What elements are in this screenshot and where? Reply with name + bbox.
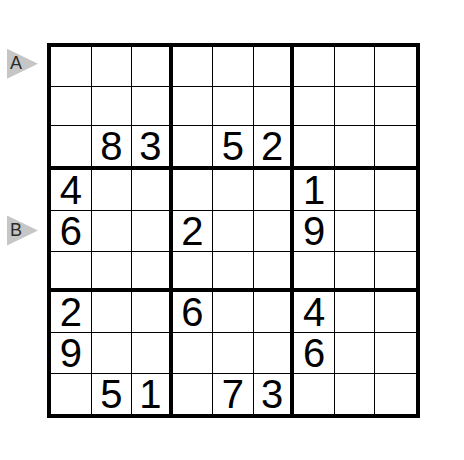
- cell-r5c9[interactable]: [375, 211, 416, 252]
- cell-r9c5: 7: [213, 374, 254, 414]
- sudoku-board: 835241629264965173: [47, 43, 420, 418]
- cell-r4c9[interactable]: [375, 170, 416, 211]
- cell-r4c6[interactable]: [254, 170, 295, 211]
- cell-r4c1: 4: [51, 170, 92, 211]
- cell-r5c4: 2: [173, 211, 214, 252]
- cell-r6c3[interactable]: [132, 252, 173, 292]
- cell-r9c4[interactable]: [173, 374, 214, 414]
- cell-r4c3[interactable]: [132, 170, 173, 211]
- cell-r6c9[interactable]: [375, 252, 416, 292]
- cell-r9c1[interactable]: [51, 374, 92, 414]
- cell-r2c8[interactable]: [335, 87, 376, 127]
- cell-r3c4[interactable]: [173, 126, 214, 170]
- cell-r7c3[interactable]: [132, 292, 173, 333]
- cell-r1c3[interactable]: [132, 47, 173, 87]
- cell-r6c5[interactable]: [213, 252, 254, 292]
- cell-r8c2[interactable]: [92, 333, 133, 374]
- cell-r2c2[interactable]: [92, 87, 133, 127]
- puzzle-canvas: 835241629264965173 AB: [0, 0, 464, 460]
- cell-r7c4: 6: [173, 292, 214, 333]
- cell-r6c8[interactable]: [335, 252, 376, 292]
- cell-r2c4[interactable]: [173, 87, 214, 127]
- cell-r1c5[interactable]: [213, 47, 254, 87]
- cell-r1c8[interactable]: [335, 47, 376, 87]
- cell-r5c1: 6: [51, 211, 92, 252]
- cell-r9c7[interactable]: [294, 374, 335, 414]
- cell-r4c7: 1: [294, 170, 335, 211]
- cell-r2c3[interactable]: [132, 87, 173, 127]
- cell-r8c1: 9: [51, 333, 92, 374]
- cell-r7c8[interactable]: [335, 292, 376, 333]
- row-marker-b: B: [7, 216, 38, 246]
- cell-r6c7[interactable]: [294, 252, 335, 292]
- cell-r6c4[interactable]: [173, 252, 214, 292]
- cell-r2c1[interactable]: [51, 87, 92, 127]
- cell-r1c7[interactable]: [294, 47, 335, 87]
- cell-r1c2[interactable]: [92, 47, 133, 87]
- cell-r4c8[interactable]: [335, 170, 376, 211]
- cell-r3c5: 5: [213, 126, 254, 170]
- cell-r6c1[interactable]: [51, 252, 92, 292]
- cell-r7c1: 2: [51, 292, 92, 333]
- cell-r5c8[interactable]: [335, 211, 376, 252]
- cell-r4c5[interactable]: [213, 170, 254, 211]
- cell-r9c8[interactable]: [335, 374, 376, 414]
- row-marker-a: A: [7, 49, 38, 79]
- cell-r8c9[interactable]: [375, 333, 416, 374]
- cell-r1c1[interactable]: [51, 47, 92, 87]
- cell-r9c6: 3: [254, 374, 295, 414]
- cell-r2c5[interactable]: [213, 87, 254, 127]
- cell-r9c3: 1: [132, 374, 173, 414]
- cell-r7c5[interactable]: [213, 292, 254, 333]
- cell-r4c4[interactable]: [173, 170, 214, 211]
- cell-r5c2[interactable]: [92, 211, 133, 252]
- cell-r8c4[interactable]: [173, 333, 214, 374]
- cell-r8c5[interactable]: [213, 333, 254, 374]
- cell-r3c6: 2: [254, 126, 295, 170]
- marker-label: A: [10, 49, 22, 79]
- cell-r9c9[interactable]: [375, 374, 416, 414]
- cell-r1c9[interactable]: [375, 47, 416, 87]
- cell-r3c8[interactable]: [335, 126, 376, 170]
- cell-r9c2: 5: [92, 374, 133, 414]
- cell-r7c9[interactable]: [375, 292, 416, 333]
- cell-r8c6[interactable]: [254, 333, 295, 374]
- cell-r7c6[interactable]: [254, 292, 295, 333]
- cell-r8c8[interactable]: [335, 333, 376, 374]
- cell-r3c3: 3: [132, 126, 173, 170]
- cell-r7c7: 4: [294, 292, 335, 333]
- cell-r1c4[interactable]: [173, 47, 214, 87]
- cell-r6c6[interactable]: [254, 252, 295, 292]
- cell-r3c1[interactable]: [51, 126, 92, 170]
- cell-r4c2[interactable]: [92, 170, 133, 211]
- cell-r3c7[interactable]: [294, 126, 335, 170]
- cell-r7c2[interactable]: [92, 292, 133, 333]
- cell-r5c3[interactable]: [132, 211, 173, 252]
- cell-r5c6[interactable]: [254, 211, 295, 252]
- cell-r2c9[interactable]: [375, 87, 416, 127]
- cell-r1c6[interactable]: [254, 47, 295, 87]
- cell-r8c3[interactable]: [132, 333, 173, 374]
- marker-label: B: [10, 216, 22, 246]
- cell-r2c7[interactable]: [294, 87, 335, 127]
- cell-r2c6[interactable]: [254, 87, 295, 127]
- cell-r8c7: 6: [294, 333, 335, 374]
- cell-r5c7: 9: [294, 211, 335, 252]
- cell-r3c2: 8: [92, 126, 133, 170]
- cell-r5c5[interactable]: [213, 211, 254, 252]
- cell-r3c9[interactable]: [375, 126, 416, 170]
- cell-r6c2[interactable]: [92, 252, 133, 292]
